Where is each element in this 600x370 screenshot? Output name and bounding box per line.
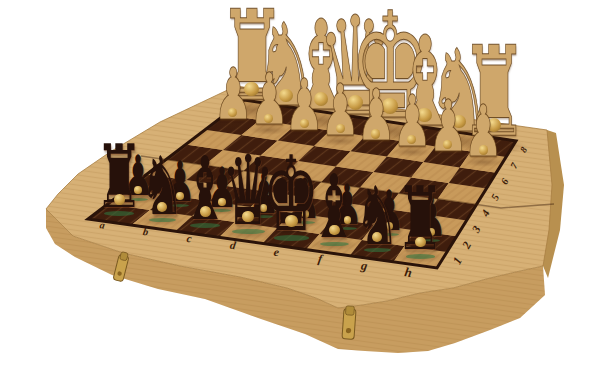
chess-board: abcdefgh12345678 — [0, 0, 600, 370]
chess-set-photo: abcdefgh12345678 ♜♞♝♛♚♝♞♜♟♟♟♟♟♟♟♟♟♟♟♟♟♟♟… — [0, 0, 600, 370]
brass-latch-2 — [342, 306, 356, 340]
